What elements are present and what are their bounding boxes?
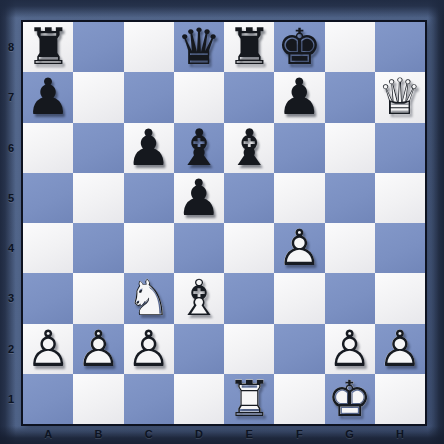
square-e7[interactable] bbox=[224, 72, 274, 122]
square-e6[interactable]: ♝ bbox=[224, 123, 274, 173]
square-h4[interactable] bbox=[375, 223, 425, 273]
square-e2[interactable] bbox=[224, 324, 274, 374]
file-label-b: B bbox=[73, 425, 123, 443]
square-g8[interactable] bbox=[325, 22, 375, 72]
square-d7[interactable] bbox=[174, 72, 224, 122]
square-b3[interactable] bbox=[73, 273, 123, 323]
square-c7[interactable] bbox=[124, 72, 174, 122]
square-e1[interactable]: ♜♖ bbox=[224, 374, 274, 424]
square-c4[interactable] bbox=[124, 223, 174, 273]
square-h8[interactable] bbox=[375, 22, 425, 72]
square-a3[interactable] bbox=[23, 273, 73, 323]
rank-label-1: 1 bbox=[0, 374, 22, 424]
square-g1[interactable]: ♚♔ bbox=[325, 374, 375, 424]
file-label-c: C bbox=[124, 425, 174, 443]
square-d3[interactable]: ♝♗ bbox=[174, 273, 224, 323]
rank-label-8: 8 bbox=[0, 22, 22, 72]
black-bishop-icon: ♝ bbox=[224, 123, 274, 173]
white-pawn-icon: ♟♙ bbox=[73, 324, 123, 374]
square-b6[interactable] bbox=[73, 123, 123, 173]
black-rook-icon: ♜ bbox=[224, 22, 274, 72]
square-a7[interactable]: ♟ bbox=[23, 72, 73, 122]
square-g2[interactable]: ♟♙ bbox=[325, 324, 375, 374]
square-e3[interactable] bbox=[224, 273, 274, 323]
black-pawn-icon: ♟ bbox=[174, 173, 224, 223]
square-c5[interactable] bbox=[124, 173, 174, 223]
square-f7[interactable]: ♟ bbox=[274, 72, 324, 122]
square-e8[interactable]: ♜ bbox=[224, 22, 274, 72]
square-a1[interactable] bbox=[23, 374, 73, 424]
black-pawn-icon: ♟ bbox=[23, 72, 73, 122]
square-f4[interactable]: ♟♙ bbox=[274, 223, 324, 273]
square-b5[interactable] bbox=[73, 173, 123, 223]
square-g4[interactable] bbox=[325, 223, 375, 273]
square-g3[interactable] bbox=[325, 273, 375, 323]
file-label-e: E bbox=[224, 425, 274, 443]
white-pawn-icon: ♟♙ bbox=[375, 324, 425, 374]
rank-label-2: 2 bbox=[0, 324, 22, 374]
file-label-d: D bbox=[174, 425, 224, 443]
square-a6[interactable] bbox=[23, 123, 73, 173]
square-a8[interactable]: ♜ bbox=[23, 22, 73, 72]
black-king-icon: ♚ bbox=[274, 22, 324, 72]
rank-label-3: 3 bbox=[0, 273, 22, 323]
file-label-f: F bbox=[274, 425, 324, 443]
square-f5[interactable] bbox=[274, 173, 324, 223]
white-knight-icon: ♞♘ bbox=[124, 273, 174, 323]
square-d4[interactable] bbox=[174, 223, 224, 273]
square-c3[interactable]: ♞♘ bbox=[124, 273, 174, 323]
rank-label-5: 5 bbox=[0, 173, 22, 223]
rank-label-6: 6 bbox=[0, 123, 22, 173]
square-d1[interactable] bbox=[174, 374, 224, 424]
white-bishop-icon: ♝♗ bbox=[174, 273, 224, 323]
square-e5[interactable] bbox=[224, 173, 274, 223]
square-h3[interactable] bbox=[375, 273, 425, 323]
square-g7[interactable] bbox=[325, 72, 375, 122]
square-c6[interactable]: ♟ bbox=[124, 123, 174, 173]
square-h1[interactable] bbox=[375, 374, 425, 424]
square-b2[interactable]: ♟♙ bbox=[73, 324, 123, 374]
file-label-h: H bbox=[375, 425, 425, 443]
black-pawn-icon: ♟ bbox=[124, 123, 174, 173]
rank-label-7: 7 bbox=[0, 72, 22, 122]
square-a5[interactable] bbox=[23, 173, 73, 223]
rank-labels: 87654321 bbox=[0, 22, 22, 424]
black-rook-icon: ♜ bbox=[23, 22, 73, 72]
chess-board: ♜♛♜♚♟♟♛♕♟♝♝♟♟♙♞♘♝♗♟♙♟♙♟♙♟♙♟♙♜♖♚♔ bbox=[23, 22, 425, 424]
square-d2[interactable] bbox=[174, 324, 224, 374]
square-a4[interactable] bbox=[23, 223, 73, 273]
square-g5[interactable] bbox=[325, 173, 375, 223]
square-e4[interactable] bbox=[224, 223, 274, 273]
square-d6[interactable]: ♝ bbox=[174, 123, 224, 173]
chess-board-frame: 87654321 ♜♛♜♚♟♟♛♕♟♝♝♟♟♙♞♘♝♗♟♙♟♙♟♙♟♙♟♙♜♖♚… bbox=[0, 0, 444, 444]
square-b4[interactable] bbox=[73, 223, 123, 273]
square-d5[interactable]: ♟ bbox=[174, 173, 224, 223]
white-pawn-icon: ♟♙ bbox=[274, 223, 324, 273]
file-label-a: A bbox=[23, 425, 73, 443]
black-pawn-icon: ♟ bbox=[274, 72, 324, 122]
square-c1[interactable] bbox=[124, 374, 174, 424]
square-c2[interactable]: ♟♙ bbox=[124, 324, 174, 374]
square-d8[interactable]: ♛ bbox=[174, 22, 224, 72]
square-f3[interactable] bbox=[274, 273, 324, 323]
square-b8[interactable] bbox=[73, 22, 123, 72]
black-bishop-icon: ♝ bbox=[174, 123, 224, 173]
square-h6[interactable] bbox=[375, 123, 425, 173]
white-pawn-icon: ♟♙ bbox=[124, 324, 174, 374]
square-g6[interactable] bbox=[325, 123, 375, 173]
white-rook-icon: ♜♖ bbox=[224, 374, 274, 424]
square-f2[interactable] bbox=[274, 324, 324, 374]
white-pawn-icon: ♟♙ bbox=[23, 324, 73, 374]
square-b7[interactable] bbox=[73, 72, 123, 122]
square-c8[interactable] bbox=[124, 22, 174, 72]
white-pawn-icon: ♟♙ bbox=[325, 324, 375, 374]
square-b1[interactable] bbox=[73, 374, 123, 424]
square-f1[interactable] bbox=[274, 374, 324, 424]
rank-label-4: 4 bbox=[0, 223, 22, 273]
black-queen-icon: ♛ bbox=[174, 22, 224, 72]
file-label-g: G bbox=[325, 425, 375, 443]
square-f8[interactable]: ♚ bbox=[274, 22, 324, 72]
square-a2[interactable]: ♟♙ bbox=[23, 324, 73, 374]
square-h2[interactable]: ♟♙ bbox=[375, 324, 425, 374]
square-h5[interactable] bbox=[375, 173, 425, 223]
white-queen-icon: ♛♕ bbox=[375, 72, 425, 122]
square-h7[interactable]: ♛♕ bbox=[375, 72, 425, 122]
file-labels: ABCDEFGH bbox=[23, 425, 425, 443]
square-f6[interactable] bbox=[274, 123, 324, 173]
white-king-icon: ♚♔ bbox=[325, 374, 375, 424]
